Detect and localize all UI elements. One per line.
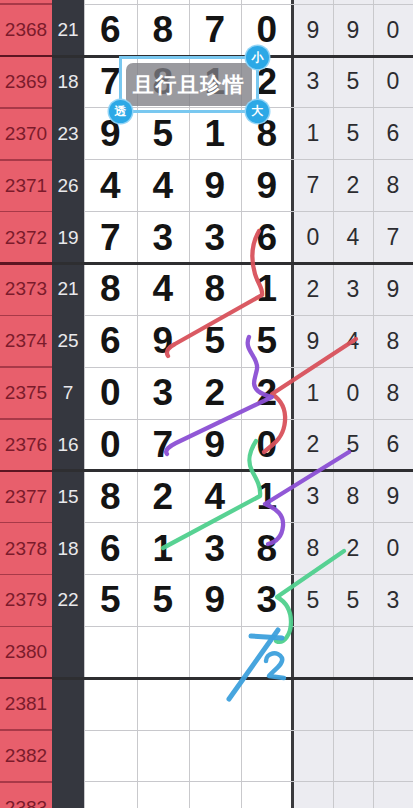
tail-cell — [293, 678, 333, 730]
digit-cell: 2 — [189, 367, 241, 419]
tail-cell — [373, 678, 413, 730]
sum-cell: 25 — [52, 315, 84, 367]
tail-cell: 5 — [293, 575, 333, 627]
tail-cell: 3 — [333, 263, 373, 315]
issue-cell: 2374 — [0, 315, 52, 367]
digit-cell: 7 — [84, 212, 137, 264]
issue-cell: 2373 — [0, 263, 52, 315]
tail-cell: 4 — [333, 212, 373, 264]
enlarge-handle[interactable]: 大 — [246, 100, 269, 123]
tail-cell — [293, 782, 333, 808]
issue-cell: 2378 — [0, 523, 52, 575]
digit-cell — [189, 730, 241, 782]
sum-cell: 21 — [52, 4, 84, 56]
digit-cell: 8 — [137, 4, 189, 56]
digit-cell — [241, 782, 293, 808]
tail-cell: 7 — [293, 160, 333, 212]
tail-cell: 0 — [373, 56, 413, 108]
digit-cell — [189, 782, 241, 808]
issue-cell: 2370 — [0, 108, 52, 160]
tail-cell — [373, 730, 413, 782]
sum-cell: 23 — [52, 108, 84, 160]
digit-cell: 9 — [189, 419, 241, 471]
sum-cell — [52, 626, 84, 678]
digit-cell: 4 — [137, 263, 189, 315]
issue-cell: 2377 — [0, 471, 52, 523]
digit-cell: 8 — [84, 471, 137, 523]
sum-cell: 21 — [52, 263, 84, 315]
digit-cell — [241, 730, 293, 782]
digit-cell: 6 — [241, 212, 293, 264]
digit-cell: 3 — [137, 367, 189, 419]
tail-cell: 2 — [333, 160, 373, 212]
digit-cell: 6 — [84, 4, 137, 56]
tail-cell: 2 — [293, 263, 333, 315]
tail-cell: 1 — [293, 367, 333, 419]
digit-cell: 2 — [241, 367, 293, 419]
digit-cell: 3 — [241, 575, 293, 627]
annotation-text[interactable]: 且行且珍惜 — [126, 63, 252, 106]
digit-cell: 5 — [137, 108, 189, 160]
issue-cell: 2375 — [0, 367, 52, 419]
tail-cell: 4 — [333, 315, 373, 367]
digit-cell: 1 — [241, 471, 293, 523]
tail-cell: 3 — [373, 575, 413, 627]
tail-cell: 8 — [373, 160, 413, 212]
tail-cell: 0 — [373, 4, 413, 56]
digit-cell — [189, 626, 241, 678]
tail-cell — [373, 626, 413, 678]
tail-cell: 3 — [293, 56, 333, 108]
tail-cell — [293, 626, 333, 678]
sum-cell: 26 — [52, 160, 84, 212]
digit-cell: 9 — [137, 315, 189, 367]
digit-cell: 8 — [189, 263, 241, 315]
digit-cell — [137, 730, 189, 782]
tail-cell: 6 — [373, 419, 413, 471]
digit-cell: 8 — [241, 523, 293, 575]
sum-cell: 7 — [52, 367, 84, 419]
tail-cell: 6 — [373, 108, 413, 160]
digit-cell — [84, 626, 137, 678]
issue-cell: 2383 — [0, 782, 52, 808]
tail-cell: 5 — [333, 56, 373, 108]
digit-cell — [84, 730, 137, 782]
tail-cell — [293, 730, 333, 782]
digit-cell: 7 — [137, 419, 189, 471]
digit-cell: 9 — [241, 160, 293, 212]
digit-cell: 5 — [137, 575, 189, 627]
digit-cell: 0 — [241, 419, 293, 471]
issue-cell: 2380 — [0, 626, 52, 678]
sum-cell: 18 — [52, 523, 84, 575]
lottery-trend-chart: 2368216870990236918781235023702395181562… — [0, 0, 413, 808]
sum-cell: 16 — [52, 419, 84, 471]
tail-cell: 9 — [373, 471, 413, 523]
sum-cell: 18 — [52, 56, 84, 108]
tail-cell: 0 — [293, 212, 333, 264]
issue-cell: 2376 — [0, 419, 52, 471]
tail-cell: 9 — [373, 263, 413, 315]
sum-cell: 19 — [52, 212, 84, 264]
digit-cell: 2 — [137, 471, 189, 523]
sum-cell — [52, 678, 84, 730]
tail-cell: 8 — [293, 523, 333, 575]
tail-cell: 2 — [333, 523, 373, 575]
tail-cell — [373, 782, 413, 808]
shrink-handle[interactable]: 小 — [246, 46, 269, 69]
issue-cell: 2379 — [0, 575, 52, 627]
sum-cell — [52, 782, 84, 808]
tail-cell — [333, 678, 373, 730]
digit-cell: 5 — [84, 575, 137, 627]
digit-cell: 4 — [189, 471, 241, 523]
tail-cell — [333, 782, 373, 808]
digit-cell: 4 — [137, 160, 189, 212]
tail-cell — [333, 626, 373, 678]
tail-cell: 1 — [293, 108, 333, 160]
issue-cell: 2369 — [0, 56, 52, 108]
digit-cell — [241, 678, 293, 730]
tail-cell: 8 — [373, 315, 413, 367]
digit-cell: 5 — [241, 315, 293, 367]
tail-cell: 8 — [373, 367, 413, 419]
digit-cell — [137, 626, 189, 678]
issue-cell: 2372 — [0, 212, 52, 264]
tail-cell: 5 — [333, 575, 373, 627]
tail-cell: 2 — [293, 419, 333, 471]
digit-cell — [84, 678, 137, 730]
sum-cell — [52, 730, 84, 782]
tail-cell: 9 — [293, 315, 333, 367]
digit-cell: 5 — [189, 315, 241, 367]
digit-cell: 3 — [189, 523, 241, 575]
digit-cell: 0 — [84, 367, 137, 419]
tail-cell: 7 — [373, 212, 413, 264]
issue-cell: 2368 — [0, 4, 52, 56]
digit-cell: 0 — [84, 419, 137, 471]
digit-cell: 1 — [241, 263, 293, 315]
tail-cell: 9 — [333, 4, 373, 56]
sum-cell: 22 — [52, 575, 84, 627]
tail-cell: 9 — [293, 4, 333, 56]
opacity-handle[interactable]: 透 — [109, 100, 132, 123]
tail-cell — [333, 730, 373, 782]
digit-cell: 3 — [137, 212, 189, 264]
tail-cell: 5 — [333, 419, 373, 471]
digit-cell: 6 — [84, 523, 137, 575]
tail-cell: 8 — [333, 471, 373, 523]
digit-cell — [137, 678, 189, 730]
tail-cell: 0 — [373, 523, 413, 575]
issue-cell: 2381 — [0, 678, 52, 730]
digit-cell: 9 — [189, 575, 241, 627]
digit-cell: 3 — [189, 212, 241, 264]
digit-cell: 6 — [84, 315, 137, 367]
tail-cell: 3 — [293, 471, 333, 523]
digit-cell: 4 — [84, 160, 137, 212]
digit-cell: 1 — [137, 523, 189, 575]
tail-cell: 0 — [333, 367, 373, 419]
tail-cell: 5 — [333, 108, 373, 160]
digit-cell — [137, 782, 189, 808]
issue-cell: 2371 — [0, 160, 52, 212]
digit-cell — [189, 678, 241, 730]
digit-cell: 8 — [84, 263, 137, 315]
sum-cell: 15 — [52, 471, 84, 523]
digit-cell: 7 — [189, 4, 241, 56]
digit-cell: 9 — [189, 160, 241, 212]
issue-cell: 2382 — [0, 730, 52, 782]
digit-cell — [241, 626, 293, 678]
digit-cell — [84, 782, 137, 808]
text-annotation-box[interactable]: 且行且珍惜 小 大 透 — [119, 56, 259, 113]
digit-cell: 1 — [189, 108, 241, 160]
